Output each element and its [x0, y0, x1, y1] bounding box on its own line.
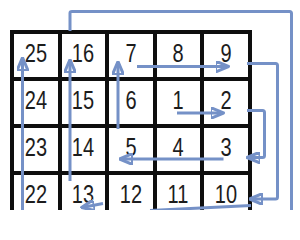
path-arrow-9-to-10	[247, 64, 278, 200]
cell-value: 6	[125, 88, 136, 113]
cell-r2c4: 1	[155, 79, 203, 126]
cell-value: 12	[120, 182, 142, 207]
cell-value: 5	[125, 135, 136, 160]
cell-value: 9	[220, 41, 231, 66]
cell-value: 4	[173, 135, 184, 160]
cell-value: 10	[215, 182, 237, 207]
cell-value: 3	[220, 135, 231, 160]
cell-value: 24	[25, 88, 47, 113]
cell-value: 11	[168, 182, 189, 207]
cell-r4c3: 12	[107, 173, 155, 210]
cell-r4c1: 22	[12, 173, 60, 210]
cell-r3c3: 5	[107, 126, 155, 173]
cell-value: 15	[72, 88, 94, 113]
cell-value: 1	[173, 88, 184, 113]
cell-value: 13	[72, 182, 94, 207]
cell-value: 2	[220, 88, 231, 113]
cell-value: 16	[72, 41, 94, 66]
cell-r2c5: 2	[202, 79, 250, 126]
number-grid: 25 16 7 8 9 24 15 6 1 2 23 14 5 4 3 22 1…	[10, 30, 252, 210]
cell-r1c5: 9	[202, 32, 250, 79]
cell-r3c2: 14	[60, 126, 108, 173]
cell-value: 8	[173, 41, 184, 66]
cell-r2c2: 15	[60, 79, 108, 126]
cell-value: 14	[72, 135, 94, 160]
cell-value: 22	[25, 182, 47, 207]
cell-value: 25	[25, 41, 47, 66]
cell-value: 7	[125, 41, 136, 66]
cell-r1c4: 8	[155, 32, 203, 79]
cell-r4c2: 13	[60, 173, 108, 210]
cell-value: 23	[25, 135, 47, 160]
cell-r4c4: 11	[155, 173, 203, 210]
cell-r2c1: 24	[12, 79, 60, 126]
cell-r2c3: 6	[107, 79, 155, 126]
cell-r1c1: 25	[12, 32, 60, 79]
cell-r3c1: 23	[12, 126, 60, 173]
cell-r3c4: 4	[155, 126, 203, 173]
cell-r3c5: 3	[202, 126, 250, 173]
cell-r1c3: 7	[107, 32, 155, 79]
cell-r4c5: 10	[202, 173, 250, 210]
cell-r1c2: 16	[60, 32, 108, 79]
